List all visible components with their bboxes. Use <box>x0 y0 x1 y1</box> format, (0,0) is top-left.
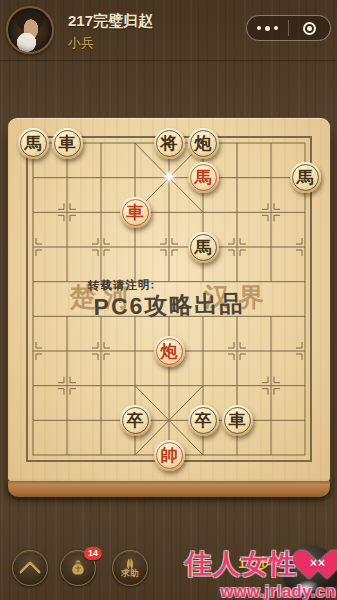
player-name: 小兵 <box>68 34 94 52</box>
header-bar: 217完璧归赵 小兵 <box>0 0 337 61</box>
highlight-sparkle-icon: ✦ <box>156 165 182 191</box>
piece-black[interactable]: 将 <box>154 128 185 159</box>
piece-black[interactable]: 卒 <box>120 405 151 436</box>
chevron-up-icon <box>19 560 42 583</box>
xiangqi-app-screen: { "game": "xiangqi", "header": { "title"… <box>0 0 337 600</box>
expand-button[interactable] <box>12 550 48 586</box>
money-bag-icon <box>67 557 89 579</box>
piece-black[interactable]: 馬 <box>18 128 49 159</box>
circle-dot-icon <box>303 22 316 35</box>
help-label: 求助 <box>121 568 139 580</box>
heart-icon: ×× <box>300 549 336 581</box>
more-button[interactable] <box>247 16 288 40</box>
piece-red[interactable]: 炮 <box>154 336 185 367</box>
capsule-close-button[interactable] <box>289 16 330 40</box>
site-name: 佳人女性 <box>185 551 297 578</box>
more-dots-icon <box>274 26 278 30</box>
piece-black[interactable]: 卒 <box>188 405 219 436</box>
piece-black[interactable]: 馬 <box>188 232 219 263</box>
piece-black[interactable]: 車 <box>52 128 83 159</box>
piece-black[interactable]: 馬 <box>290 162 321 193</box>
board-edge <box>8 481 330 497</box>
miniprogram-capsule <box>246 15 331 41</box>
level-title: 217完璧归赵 <box>68 12 153 31</box>
help-button[interactable]: 求助 <box>112 550 148 586</box>
more-dots-icon <box>257 26 261 30</box>
bag-count-badge: 14 <box>84 547 102 560</box>
site-url: www.jrlady.cn <box>185 583 336 600</box>
piece-red[interactable]: 帥 <box>154 440 185 471</box>
piece-black[interactable]: 炮 <box>188 128 219 159</box>
piece-red[interactable]: 車 <box>120 197 151 228</box>
more-dots-icon <box>265 26 270 31</box>
avatar[interactable] <box>6 6 54 54</box>
xiangqi-board[interactable]: 楚河 汉界 转载请注明: PC6攻略出品 馬車将炮馬馬車馬炮卒卒車帥 ✦ <box>8 118 330 481</box>
site-watermark: 佳人女性 ×× www.jrlady.cn <box>185 549 336 600</box>
piece-red[interactable]: 馬 <box>188 162 219 193</box>
piece-black[interactable]: 車 <box>222 405 253 436</box>
